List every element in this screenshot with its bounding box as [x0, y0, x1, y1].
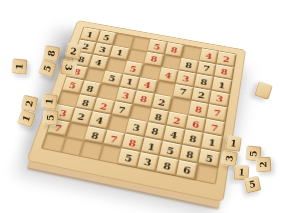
tile-digit: 7 — [109, 134, 119, 145]
cube-digit: 8 — [47, 50, 57, 58]
tile-digit: 3 — [143, 157, 153, 168]
tile-digit: 2 — [173, 115, 182, 125]
tile-digit: 3 — [121, 91, 130, 101]
tile-digit: 1 — [115, 49, 124, 58]
tile-digit: 8 — [81, 98, 90, 108]
tile-digit: 7 — [213, 108, 221, 118]
tile-digit: 8 — [90, 130, 100, 140]
cube-digit: 1 — [15, 63, 25, 70]
loose-cube-5[interactable]: 5 — [42, 109, 58, 125]
tile-digit: 3 — [182, 74, 190, 83]
loose-cube-2[interactable]: 2 — [256, 157, 272, 173]
tile-digit: 7 — [179, 87, 188, 97]
tile-digit: 8 — [150, 126, 159, 136]
loose-cube-1[interactable]: 1 — [11, 58, 27, 74]
loose-cube-3[interactable]: 3 — [60, 59, 77, 76]
tile-digit: 2 — [99, 101, 108, 111]
tile-r9c7[interactable]: 8 — [156, 156, 178, 175]
cube-digit: 2 — [259, 161, 268, 168]
tile-digit: 4 — [94, 58, 103, 67]
loose-cube-5[interactable]: 5 — [244, 176, 262, 194]
tile-digit: 8 — [185, 149, 194, 160]
tile-digit: 8 — [86, 84, 95, 93]
tile-digit: 1 — [125, 77, 134, 86]
loose-cube-1[interactable]: 1 — [41, 93, 58, 110]
tile-digit: 2 — [157, 98, 166, 108]
tile-digit: 2 — [76, 112, 86, 122]
loose-cube-1[interactable]: 1 — [225, 135, 242, 152]
tile-digit: 4 — [95, 115, 105, 125]
tile-digit: 6 — [191, 119, 200, 129]
tile-r9c8[interactable]: 6 — [176, 160, 198, 179]
tile-digit: 5 — [153, 42, 161, 51]
tile-digit: 8 — [170, 45, 178, 54]
cube-digit: 2 — [69, 47, 77, 57]
tile-digit: 4 — [164, 71, 173, 80]
tile-digit: 8 — [220, 67, 228, 76]
loose-cube-blank[interactable] — [254, 81, 273, 100]
tile-digit: 7 — [202, 64, 210, 73]
cell-r9c9[interactable] — [196, 164, 217, 183]
tile-digit: 3 — [132, 123, 141, 133]
cube-digit: 3 — [225, 155, 235, 163]
tile-digit: 8 — [154, 112, 163, 122]
cube-digit: 1 — [238, 168, 245, 177]
tile-digit: 7 — [117, 105, 126, 115]
tile-digit: 1 — [218, 81, 226, 90]
tile-digit: 8 — [194, 105, 203, 115]
tile-digit: 2 — [81, 42, 90, 51]
tile-digit: 8 — [163, 161, 172, 172]
tile-digit: 8 — [188, 134, 197, 145]
tile-digit: 5 — [68, 81, 77, 90]
tile-digit: 5 — [205, 153, 214, 164]
tile-digit: 3 — [58, 108, 68, 118]
tile-digit: 6 — [182, 165, 191, 176]
tile-digit: 1 — [208, 137, 217, 148]
cube-digit: 1 — [45, 98, 55, 105]
tile-digit: 5 — [107, 74, 116, 83]
tile-digit: 8 — [139, 94, 148, 104]
tile-r9c5[interactable]: 5 — [118, 149, 140, 168]
tile-digit: 7 — [210, 123, 219, 133]
tile-digit: 8 — [200, 77, 208, 86]
tile-digit: 3 — [215, 94, 223, 104]
cube-digit: 5 — [249, 150, 259, 157]
tile-digit: 5 — [129, 64, 138, 73]
tile-digit: 4 — [169, 130, 178, 140]
tile-digit: 8 — [150, 55, 158, 64]
tile-digit: 5 — [124, 153, 134, 164]
cube-digit: 5 — [43, 64, 54, 73]
tile-digit: 1 — [147, 141, 156, 152]
tile-digit: 4 — [143, 81, 152, 90]
tile-digit: 8 — [128, 137, 137, 148]
tile-digit: 3 — [98, 46, 107, 55]
scene: 1558422318878845438185147235838287827826… — [0, 0, 300, 213]
cube-digit: 5 — [46, 114, 56, 121]
tile-digit: 2 — [222, 55, 230, 64]
tile-digit: 8 — [185, 61, 193, 70]
loose-cube-2[interactable]: 2 — [65, 43, 83, 61]
tile-r9c6[interactable]: 3 — [137, 153, 159, 172]
cube-digit: 5 — [249, 180, 257, 190]
tile-digit: 2 — [197, 91, 205, 101]
cube-digit: 1 — [22, 114, 33, 123]
tile-digit: 5 — [102, 33, 111, 41]
tile-digit: 4 — [205, 52, 213, 61]
cube-digit: 1 — [230, 139, 237, 149]
tile-digit: 1 — [86, 30, 95, 38]
cube-digit: 3 — [63, 64, 73, 71]
tile-digit: 5 — [166, 145, 175, 156]
cube-digit: 2 — [25, 100, 35, 108]
